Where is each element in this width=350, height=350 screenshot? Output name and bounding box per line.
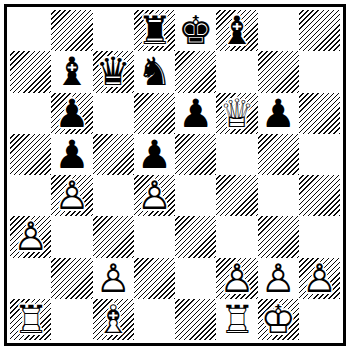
square-b1[interactable] <box>51 299 92 340</box>
square-e7[interactable] <box>175 51 216 92</box>
square-g4[interactable] <box>258 175 299 216</box>
square-a7[interactable] <box>10 51 51 92</box>
square-d7[interactable]: ♞♞ <box>134 51 175 92</box>
square-f3[interactable] <box>216 216 257 257</box>
square-h7[interactable] <box>299 51 340 92</box>
square-b2[interactable] <box>51 258 92 299</box>
piece-black-bishop: ♝ <box>51 51 92 92</box>
square-d2[interactable] <box>134 258 175 299</box>
square-e1[interactable] <box>175 299 216 340</box>
square-h2[interactable]: ♟♙ <box>299 258 340 299</box>
square-f2[interactable]: ♟♙ <box>216 258 257 299</box>
piece-white-king: ♔ <box>258 299 299 340</box>
square-c7[interactable]: ♛♛ <box>93 51 134 92</box>
square-h8[interactable] <box>299 10 340 51</box>
square-b5[interactable]: ♟♟ <box>51 134 92 175</box>
piece-black-queen: ♛ <box>93 51 134 92</box>
piece-black-pawn: ♟ <box>51 134 92 175</box>
piece-black-bishop: ♝ <box>216 10 257 51</box>
square-b3[interactable] <box>51 216 92 257</box>
square-e2[interactable] <box>175 258 216 299</box>
square-d8[interactable]: ♜♜ <box>134 10 175 51</box>
square-b4[interactable]: ♟♙ <box>51 175 92 216</box>
square-f1[interactable]: ♜♖ <box>216 299 257 340</box>
square-a5[interactable] <box>10 134 51 175</box>
square-f6[interactable]: ♛♕ <box>216 93 257 134</box>
square-f5[interactable] <box>216 134 257 175</box>
square-e3[interactable] <box>175 216 216 257</box>
diagram-frame: ♜♜♚♚♝♝♝♝♛♛♞♞♟♟♟♟♛♕♟♟♟♟♟♟♟♙♟♙♟♙♟♙♟♙♟♙♟♙♜♖… <box>4 4 346 346</box>
square-g1[interactable]: ♚♔ <box>258 299 299 340</box>
piece-white-rook: ♖ <box>10 299 51 340</box>
piece-black-pawn: ♟ <box>175 93 216 134</box>
square-c3[interactable] <box>93 216 134 257</box>
square-c8[interactable] <box>93 10 134 51</box>
piece-white-pawn: ♙ <box>216 258 257 299</box>
piece-white-bishop: ♗ <box>93 299 134 340</box>
square-c6[interactable] <box>93 93 134 134</box>
square-c1[interactable]: ♝♗ <box>93 299 134 340</box>
piece-white-queen: ♕ <box>216 93 257 134</box>
square-g7[interactable] <box>258 51 299 92</box>
piece-white-rook: ♖ <box>216 299 257 340</box>
square-c2[interactable]: ♟♙ <box>93 258 134 299</box>
square-e5[interactable] <box>175 134 216 175</box>
square-g8[interactable] <box>258 10 299 51</box>
square-f7[interactable] <box>216 51 257 92</box>
chess-board: ♜♜♚♚♝♝♝♝♛♛♞♞♟♟♟♟♛♕♟♟♟♟♟♟♟♙♟♙♟♙♟♙♟♙♟♙♟♙♜♖… <box>10 10 340 340</box>
piece-black-pawn: ♟ <box>258 93 299 134</box>
piece-white-pawn: ♙ <box>299 258 340 299</box>
square-c4[interactable] <box>93 175 134 216</box>
piece-black-pawn: ♟ <box>51 93 92 134</box>
square-d3[interactable] <box>134 216 175 257</box>
square-d4[interactable]: ♟♙ <box>134 175 175 216</box>
piece-white-pawn: ♙ <box>10 216 51 257</box>
square-g6[interactable]: ♟♟ <box>258 93 299 134</box>
square-a3[interactable]: ♟♙ <box>10 216 51 257</box>
square-b8[interactable] <box>51 10 92 51</box>
square-e4[interactable] <box>175 175 216 216</box>
chess-diagram: ♜♜♚♚♝♝♝♝♛♛♞♞♟♟♟♟♛♕♟♟♟♟♟♟♟♙♟♙♟♙♟♙♟♙♟♙♟♙♜♖… <box>0 0 350 350</box>
square-f4[interactable] <box>216 175 257 216</box>
piece-white-pawn: ♙ <box>93 258 134 299</box>
piece-black-knight: ♞ <box>134 51 175 92</box>
piece-white-pawn: ♙ <box>51 175 92 216</box>
square-b7[interactable]: ♝♝ <box>51 51 92 92</box>
square-h1[interactable] <box>299 299 340 340</box>
square-h6[interactable] <box>299 93 340 134</box>
square-h3[interactable] <box>299 216 340 257</box>
square-d6[interactable] <box>134 93 175 134</box>
square-d5[interactable]: ♟♟ <box>134 134 175 175</box>
square-g2[interactable]: ♟♙ <box>258 258 299 299</box>
square-a6[interactable] <box>10 93 51 134</box>
square-e6[interactable]: ♟♟ <box>175 93 216 134</box>
square-c5[interactable] <box>93 134 134 175</box>
piece-black-pawn: ♟ <box>134 134 175 175</box>
square-h5[interactable] <box>299 134 340 175</box>
square-h4[interactable] <box>299 175 340 216</box>
piece-white-pawn: ♙ <box>134 175 175 216</box>
square-g3[interactable] <box>258 216 299 257</box>
square-d1[interactable] <box>134 299 175 340</box>
square-a1[interactable]: ♜♖ <box>10 299 51 340</box>
square-a4[interactable] <box>10 175 51 216</box>
square-a2[interactable] <box>10 258 51 299</box>
square-e8[interactable]: ♚♚ <box>175 10 216 51</box>
square-g5[interactable] <box>258 134 299 175</box>
piece-black-king: ♚ <box>175 10 216 51</box>
piece-white-pawn: ♙ <box>258 258 299 299</box>
square-b6[interactable]: ♟♟ <box>51 93 92 134</box>
square-f8[interactable]: ♝♝ <box>216 10 257 51</box>
piece-black-rook: ♜ <box>134 10 175 51</box>
square-a8[interactable] <box>10 10 51 51</box>
